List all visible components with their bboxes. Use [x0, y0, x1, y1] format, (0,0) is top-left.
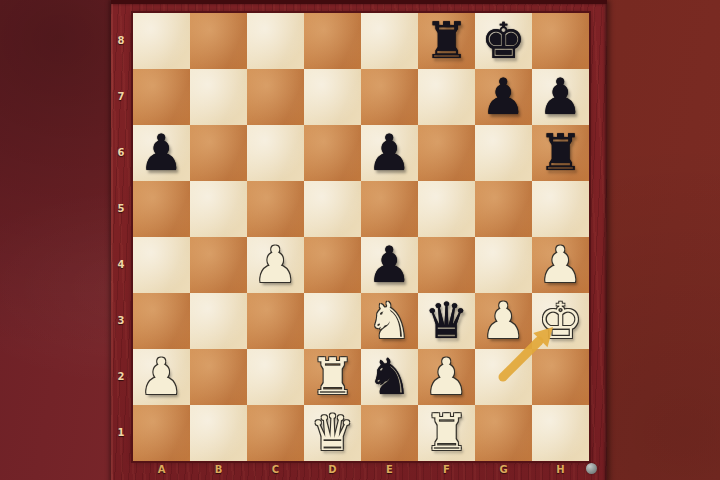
square-h6[interactable]: ♜	[532, 125, 589, 181]
square-h2[interactable]	[532, 349, 589, 405]
file-label-f: F	[418, 464, 475, 475]
square-c5[interactable]	[247, 181, 304, 237]
file-label-e: E	[361, 464, 418, 475]
square-e8[interactable]	[361, 13, 418, 69]
piece-white-pawn-c4[interactable]: ♟	[247, 237, 304, 293]
piece-black-rook-h6[interactable]: ♜	[532, 125, 589, 181]
square-d7[interactable]	[304, 69, 361, 125]
square-g3[interactable]: ♟	[475, 293, 532, 349]
corner-dot	[586, 463, 597, 474]
rank-label-4: 4	[112, 259, 130, 270]
rank-label-7: 7	[112, 91, 130, 102]
rank-label-2: 2	[112, 371, 130, 382]
file-label-h: H	[532, 464, 589, 475]
square-f2[interactable]: ♟	[418, 349, 475, 405]
rank-label-3: 3	[112, 315, 130, 326]
square-c7[interactable]	[247, 69, 304, 125]
square-b5[interactable]	[190, 181, 247, 237]
square-c4[interactable]: ♟	[247, 237, 304, 293]
square-f8[interactable]: ♜	[418, 13, 475, 69]
rank-label-8: 8	[112, 35, 130, 46]
rank-label-6: 6	[112, 147, 130, 158]
square-f5[interactable]	[418, 181, 475, 237]
page-background: { "game": "chess", "position": { "fen": …	[0, 0, 720, 480]
piece-white-pawn-g3[interactable]: ♟	[475, 293, 532, 349]
square-b7[interactable]	[190, 69, 247, 125]
square-c3[interactable]	[247, 293, 304, 349]
square-d8[interactable]	[304, 13, 361, 69]
file-label-c: C	[247, 464, 304, 475]
board: ♜♚♟♟♟♟♜♟♟♟♞♛♟♚♟♜♞♟♛♜	[133, 13, 589, 461]
square-h7[interactable]: ♟	[532, 69, 589, 125]
piece-white-rook-d2[interactable]: ♜	[304, 349, 361, 405]
file-label-b: B	[190, 464, 247, 475]
rank-label-1: 1	[112, 427, 130, 438]
square-b6[interactable]	[190, 125, 247, 181]
square-d1[interactable]: ♛	[304, 405, 361, 461]
square-e3[interactable]: ♞	[361, 293, 418, 349]
square-g4[interactable]	[475, 237, 532, 293]
square-e6[interactable]: ♟	[361, 125, 418, 181]
square-a7[interactable]	[133, 69, 190, 125]
piece-white-knight-e3[interactable]: ♞	[361, 293, 418, 349]
piece-white-pawn-h4[interactable]: ♟	[532, 237, 589, 293]
square-e7[interactable]	[361, 69, 418, 125]
square-a2[interactable]: ♟	[133, 349, 190, 405]
square-f7[interactable]	[418, 69, 475, 125]
piece-black-pawn-e4[interactable]: ♟	[361, 237, 418, 293]
piece-black-rook-f8[interactable]: ♜	[418, 13, 475, 69]
square-b1[interactable]	[190, 405, 247, 461]
square-d3[interactable]	[304, 293, 361, 349]
piece-black-pawn-h7[interactable]: ♟	[532, 69, 589, 125]
square-a5[interactable]	[133, 181, 190, 237]
square-a3[interactable]	[133, 293, 190, 349]
piece-white-rook-f1[interactable]: ♜	[418, 405, 475, 461]
square-g6[interactable]	[475, 125, 532, 181]
file-label-a: A	[133, 464, 190, 475]
square-g2[interactable]	[475, 349, 532, 405]
square-d2[interactable]: ♜	[304, 349, 361, 405]
square-h4[interactable]: ♟	[532, 237, 589, 293]
square-d4[interactable]	[304, 237, 361, 293]
square-c2[interactable]	[247, 349, 304, 405]
square-c8[interactable]	[247, 13, 304, 69]
square-a1[interactable]	[133, 405, 190, 461]
piece-white-king-h3[interactable]: ♚	[532, 293, 589, 349]
square-a4[interactable]	[133, 237, 190, 293]
square-a8[interactable]	[133, 13, 190, 69]
square-f1[interactable]: ♜	[418, 405, 475, 461]
square-e2[interactable]: ♞	[361, 349, 418, 405]
square-h1[interactable]	[532, 405, 589, 461]
square-f4[interactable]	[418, 237, 475, 293]
rank-label-5: 5	[112, 203, 130, 214]
square-d5[interactable]	[304, 181, 361, 237]
piece-black-queen-f3[interactable]: ♛	[418, 293, 475, 349]
piece-black-pawn-a6[interactable]: ♟	[133, 125, 190, 181]
square-d6[interactable]	[304, 125, 361, 181]
square-f3[interactable]: ♛	[418, 293, 475, 349]
square-b3[interactable]	[190, 293, 247, 349]
piece-white-queen-d1[interactable]: ♛	[304, 405, 361, 461]
square-h8[interactable]	[532, 13, 589, 69]
piece-black-king-g8[interactable]: ♚	[475, 13, 532, 69]
square-g8[interactable]: ♚	[475, 13, 532, 69]
square-b8[interactable]	[190, 13, 247, 69]
piece-white-pawn-a2[interactable]: ♟	[133, 349, 190, 405]
square-b4[interactable]	[190, 237, 247, 293]
piece-black-knight-e2[interactable]: ♞	[361, 349, 418, 405]
piece-white-pawn-f2[interactable]: ♟	[418, 349, 475, 405]
square-c1[interactable]	[247, 405, 304, 461]
square-e1[interactable]	[361, 405, 418, 461]
square-g7[interactable]: ♟	[475, 69, 532, 125]
piece-black-pawn-e6[interactable]: ♟	[361, 125, 418, 181]
square-c6[interactable]	[247, 125, 304, 181]
square-e4[interactable]: ♟	[361, 237, 418, 293]
square-e5[interactable]	[361, 181, 418, 237]
file-label-d: D	[304, 464, 361, 475]
square-a6[interactable]: ♟	[133, 125, 190, 181]
file-label-g: G	[475, 464, 532, 475]
square-g1[interactable]	[475, 405, 532, 461]
square-g5[interactable]	[475, 181, 532, 237]
square-b2[interactable]	[190, 349, 247, 405]
square-h5[interactable]	[532, 181, 589, 237]
square-h3[interactable]: ♚	[532, 293, 589, 349]
piece-black-pawn-g7[interactable]: ♟	[475, 69, 532, 125]
square-f6[interactable]	[418, 125, 475, 181]
